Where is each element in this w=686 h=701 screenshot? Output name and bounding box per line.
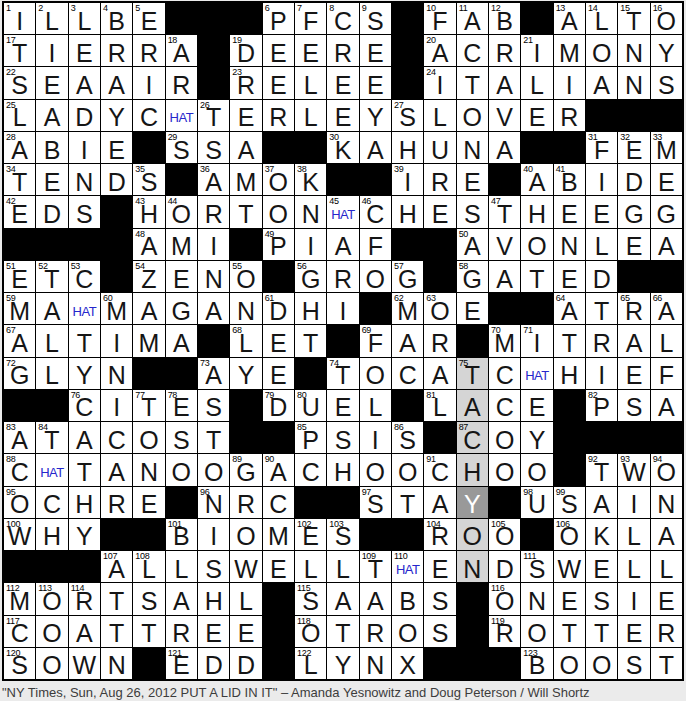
grid-cell-r15c10[interactable]: C xyxy=(295,454,326,485)
grid-cell-r2c17[interactable]: 21I xyxy=(521,35,552,66)
grid-cell-r10c6[interactable]: G xyxy=(166,293,197,324)
grid-cell-r6c13[interactable]: 39I xyxy=(392,164,423,195)
grid-cell-r16c12[interactable]: 97S xyxy=(360,487,391,518)
grid-cell-r16c9[interactable]: C xyxy=(263,487,294,518)
grid-cell-r5c21[interactable]: 33M xyxy=(651,132,682,163)
grid-cell-r11c2[interactable]: L xyxy=(36,325,67,356)
grid-cell-r18c19[interactable]: E xyxy=(586,551,617,582)
grid-cell-r9c16[interactable]: A xyxy=(489,261,520,292)
grid-cell-r14c6[interactable]: S xyxy=(166,422,197,453)
grid-cell-r19c12[interactable]: A xyxy=(360,583,391,614)
grid-cell-r2c4[interactable]: R xyxy=(101,35,132,66)
grid-cell-r12c8[interactable]: Y xyxy=(230,358,261,389)
grid-cell-r18c5[interactable]: 108L xyxy=(133,551,164,582)
grid-cell-r3c4[interactable]: A xyxy=(101,67,132,98)
grid-cell-r1c11[interactable]: 8C xyxy=(327,3,358,34)
grid-cell-r20c21[interactable]: R xyxy=(651,616,682,647)
grid-cell-r21c8[interactable]: D xyxy=(230,648,261,679)
grid-cell-r11c18[interactable]: T xyxy=(554,325,585,356)
grid-cell-r2c16[interactable]: R xyxy=(489,35,520,66)
grid-cell-r17c16[interactable]: 105O xyxy=(489,519,520,550)
grid-cell-r13c16[interactable]: C xyxy=(489,390,520,421)
grid-cell-r13c21[interactable]: A xyxy=(651,390,682,421)
grid-cell-r15c2[interactable]: HAT xyxy=(36,454,67,485)
grid-cell-r16c3[interactable]: H xyxy=(69,487,100,518)
grid-cell-r14c4[interactable]: C xyxy=(101,422,132,453)
grid-cell-r13c10[interactable]: 80U xyxy=(295,390,326,421)
grid-cell-r5c11[interactable]: 30K xyxy=(327,132,358,163)
grid-cell-r4c11[interactable]: E xyxy=(327,100,358,131)
grid-cell-r7c3[interactable]: S xyxy=(69,196,100,227)
grid-cell-r14c3[interactable]: A xyxy=(69,422,100,453)
grid-cell-r10c13[interactable]: 62M xyxy=(392,293,423,324)
grid-cell-r8c15[interactable]: 50A xyxy=(457,229,488,260)
grid-cell-r18c7[interactable]: S xyxy=(198,551,229,582)
grid-cell-r18c12[interactable]: 109T xyxy=(360,551,391,582)
grid-cell-r19c19[interactable]: S xyxy=(586,583,617,614)
grid-cell-r19c13[interactable]: B xyxy=(392,583,423,614)
grid-cell-r12c11[interactable]: 74T xyxy=(327,358,358,389)
grid-cell-r16c1[interactable]: 95O xyxy=(4,487,35,518)
grid-cell-r11c20[interactable]: A xyxy=(618,325,649,356)
grid-cell-r7c14[interactable]: E xyxy=(424,196,455,227)
grid-cell-r3c1[interactable]: 22S xyxy=(4,67,35,98)
grid-cell-r15c1[interactable]: 88C xyxy=(4,454,35,485)
grid-cell-r6c20[interactable]: D xyxy=(618,164,649,195)
grid-cell-r6c2[interactable]: E xyxy=(36,164,67,195)
grid-cell-r21c11[interactable]: Y xyxy=(327,648,358,679)
grid-cell-r13c5[interactable]: 77T xyxy=(133,390,164,421)
grid-cell-r13c17[interactable]: E xyxy=(521,390,552,421)
grid-cell-r17c14[interactable]: 104R xyxy=(424,519,455,550)
grid-cell-r14c10[interactable]: 85P xyxy=(295,422,326,453)
grid-cell-r19c17[interactable]: N xyxy=(521,583,552,614)
grid-cell-r8c12[interactable]: F xyxy=(360,229,391,260)
grid-cell-r18c15[interactable]: N xyxy=(457,551,488,582)
grid-cell-r11c8[interactable]: 68L xyxy=(230,325,261,356)
grid-cell-r20c3[interactable]: A xyxy=(69,616,100,647)
grid-cell-r2c18[interactable]: M xyxy=(554,35,585,66)
grid-cell-r21c10[interactable]: 122L xyxy=(295,648,326,679)
grid-cell-r7c21[interactable]: G xyxy=(651,196,682,227)
grid-cell-r1c10[interactable]: 7F xyxy=(295,3,326,34)
grid-cell-r16c15[interactable]: Y xyxy=(457,487,488,518)
grid-cell-r10c14[interactable]: 63O xyxy=(424,293,455,324)
grid-cell-r19c16[interactable]: 116O xyxy=(489,583,520,614)
grid-cell-r2c10[interactable]: E xyxy=(295,35,326,66)
grid-cell-r15c14[interactable]: 91C xyxy=(424,454,455,485)
grid-cell-r20c14[interactable]: S xyxy=(424,616,455,647)
grid-cell-r8c19[interactable]: L xyxy=(586,229,617,260)
grid-cell-r2c11[interactable]: R xyxy=(327,35,358,66)
grid-cell-r4c18[interactable]: R xyxy=(554,100,585,131)
grid-cell-r4c8[interactable]: E xyxy=(230,100,261,131)
grid-cell-r13c12[interactable]: L xyxy=(360,390,391,421)
grid-cell-r7c10[interactable]: N xyxy=(295,196,326,227)
grid-cell-r3c16[interactable]: A xyxy=(489,67,520,98)
grid-cell-r3c15[interactable]: T xyxy=(457,67,488,98)
grid-cell-r3c12[interactable]: E xyxy=(360,67,391,98)
grid-cell-r4c3[interactable]: D xyxy=(69,100,100,131)
grid-cell-r8c11[interactable]: A xyxy=(327,229,358,260)
grid-cell-r8c10[interactable]: I xyxy=(295,229,326,260)
grid-cell-r20c16[interactable]: 119R xyxy=(489,616,520,647)
grid-cell-r1c9[interactable]: 6P xyxy=(263,3,294,34)
grid-cell-r11c6[interactable]: A xyxy=(166,325,197,356)
grid-cell-r16c13[interactable]: T xyxy=(392,487,423,518)
grid-cell-r21c1[interactable]: 120S xyxy=(4,648,35,679)
grid-cell-r19c6[interactable]: A xyxy=(166,583,197,614)
grid-cell-r7c13[interactable]: H xyxy=(392,196,423,227)
grid-cell-r17c21[interactable]: A xyxy=(651,519,682,550)
grid-cell-r9c8[interactable]: 55O xyxy=(230,261,261,292)
grid-cell-r9c18[interactable]: E xyxy=(554,261,585,292)
grid-cell-r3c21[interactable]: S xyxy=(651,67,682,98)
grid-cell-r3c8[interactable]: 23R xyxy=(230,67,261,98)
grid-cell-r14c13[interactable]: 86S xyxy=(392,422,423,453)
grid-cell-r14c7[interactable]: T xyxy=(198,422,229,453)
grid-cell-r19c5[interactable]: S xyxy=(133,583,164,614)
grid-cell-r4c9[interactable]: R xyxy=(263,100,294,131)
grid-cell-r15c12[interactable]: O xyxy=(360,454,391,485)
grid-cell-r6c14[interactable]: R xyxy=(424,164,455,195)
grid-cell-r2c12[interactable]: E xyxy=(360,35,391,66)
grid-cell-r17c19[interactable]: K xyxy=(586,519,617,550)
grid-cell-r7c20[interactable]: G xyxy=(618,196,649,227)
grid-cell-r16c21[interactable]: N xyxy=(651,487,682,518)
grid-cell-r3c19[interactable]: A xyxy=(586,67,617,98)
grid-cell-r11c12[interactable]: 69F xyxy=(360,325,391,356)
grid-cell-r17c1[interactable]: 100W xyxy=(4,519,35,550)
grid-cell-r10c8[interactable]: N xyxy=(230,293,261,324)
grid-cell-r8c21[interactable]: A xyxy=(651,229,682,260)
grid-cell-r8c7[interactable]: I xyxy=(198,229,229,260)
grid-cell-r5c16[interactable]: A xyxy=(489,132,520,163)
grid-cell-r9c3[interactable]: 53C xyxy=(69,261,100,292)
grid-cell-r19c7[interactable]: H xyxy=(198,583,229,614)
grid-cell-r21c20[interactable]: S xyxy=(618,648,649,679)
grid-cell-r9c15[interactable]: 58G xyxy=(457,261,488,292)
grid-cell-r8c6[interactable]: M xyxy=(166,229,197,260)
grid-cell-r9c5[interactable]: 54Z xyxy=(133,261,164,292)
grid-cell-r21c19[interactable]: O xyxy=(586,648,617,679)
grid-cell-r5c12[interactable]: A xyxy=(360,132,391,163)
grid-cell-r7c16[interactable]: 47T xyxy=(489,196,520,227)
grid-cell-r6c4[interactable]: D xyxy=(101,164,132,195)
grid-cell-r5c3[interactable]: I xyxy=(69,132,100,163)
grid-cell-r17c10[interactable]: 102E xyxy=(295,519,326,550)
grid-cell-r1c12[interactable]: 9S xyxy=(360,3,391,34)
grid-cell-r11c19[interactable]: R xyxy=(586,325,617,356)
grid-cell-r4c10[interactable]: L xyxy=(295,100,326,131)
grid-cell-r19c8[interactable]: L xyxy=(230,583,261,614)
grid-cell-r18c16[interactable]: D xyxy=(489,551,520,582)
grid-cell-r10c10[interactable]: H xyxy=(295,293,326,324)
grid-cell-r21c13[interactable]: X xyxy=(392,648,423,679)
grid-cell-r17c7[interactable]: I xyxy=(198,519,229,550)
grid-cell-r4c5[interactable]: C xyxy=(133,100,164,131)
grid-cell-r11c4[interactable]: I xyxy=(101,325,132,356)
grid-cell-r13c15[interactable]: A xyxy=(457,390,488,421)
grid-cell-r12c2[interactable]: L xyxy=(36,358,67,389)
grid-cell-r13c3[interactable]: 76C xyxy=(69,390,100,421)
grid-cell-r17c15[interactable]: O xyxy=(457,519,488,550)
grid-cell-r6c1[interactable]: 34T xyxy=(4,164,35,195)
grid-cell-r12c14[interactable]: A xyxy=(424,358,455,389)
grid-cell-r18c8[interactable]: W xyxy=(230,551,261,582)
grid-cell-r4c2[interactable]: A xyxy=(36,100,67,131)
grid-cell-r3c5[interactable]: I xyxy=(133,67,164,98)
grid-cell-r6c17[interactable]: 40A xyxy=(521,164,552,195)
grid-cell-r6c3[interactable]: N xyxy=(69,164,100,195)
grid-cell-r5c6[interactable]: 29S xyxy=(166,132,197,163)
grid-cell-r18c18[interactable]: W xyxy=(554,551,585,582)
grid-cell-r19c10[interactable]: 115S xyxy=(295,583,326,614)
grid-cell-r4c13[interactable]: 27S xyxy=(392,100,423,131)
grid-cell-r4c7[interactable]: 26T xyxy=(198,100,229,131)
grid-cell-r12c12[interactable]: O xyxy=(360,358,391,389)
grid-cell-r14c12[interactable]: I xyxy=(360,422,391,453)
grid-cell-r3c11[interactable]: E xyxy=(327,67,358,98)
grid-cell-r6c19[interactable]: I xyxy=(586,164,617,195)
grid-cell-r10c21[interactable]: 66A xyxy=(651,293,682,324)
grid-cell-r7c12[interactable]: 46C xyxy=(360,196,391,227)
grid-cell-r20c6[interactable]: R xyxy=(166,616,197,647)
grid-cell-r15c9[interactable]: 90A xyxy=(263,454,294,485)
grid-cell-r20c7[interactable]: E xyxy=(198,616,229,647)
grid-cell-r18c10[interactable]: L xyxy=(295,551,326,582)
grid-cell-r13c20[interactable]: S xyxy=(618,390,649,421)
grid-cell-r21c4[interactable]: N xyxy=(101,648,132,679)
grid-cell-r20c20[interactable]: E xyxy=(618,616,649,647)
grid-cell-r20c19[interactable]: T xyxy=(586,616,617,647)
grid-cell-r15c5[interactable]: N xyxy=(133,454,164,485)
grid-cell-r7c7[interactable]: R xyxy=(198,196,229,227)
grid-cell-r6c10[interactable]: 38K xyxy=(295,164,326,195)
grid-cell-r20c13[interactable]: O xyxy=(392,616,423,647)
grid-cell-r7c5[interactable]: 43H xyxy=(133,196,164,227)
grid-cell-r16c20[interactable]: I xyxy=(618,487,649,518)
grid-cell-r20c2[interactable]: O xyxy=(36,616,67,647)
grid-cell-r2c3[interactable]: E xyxy=(69,35,100,66)
grid-cell-r16c5[interactable]: E xyxy=(133,487,164,518)
grid-cell-r12c9[interactable]: E xyxy=(263,358,294,389)
grid-cell-r1c1[interactable]: 1I xyxy=(4,3,35,34)
grid-cell-r5c8[interactable]: A xyxy=(230,132,261,163)
grid-cell-r13c7[interactable]: S xyxy=(198,390,229,421)
grid-cell-r19c11[interactable]: A xyxy=(327,583,358,614)
grid-cell-r8c20[interactable]: E xyxy=(618,229,649,260)
grid-cell-r15c8[interactable]: 89G xyxy=(230,454,261,485)
grid-cell-r13c9[interactable]: 79D xyxy=(263,390,294,421)
grid-cell-r6c9[interactable]: 37O xyxy=(263,164,294,195)
grid-cell-r21c6[interactable]: 121E xyxy=(166,648,197,679)
grid-cell-r6c21[interactable]: E xyxy=(651,164,682,195)
grid-cell-r9c2[interactable]: 52T xyxy=(36,261,67,292)
grid-cell-r19c18[interactable]: E xyxy=(554,583,585,614)
grid-cell-r4c6[interactable]: HAT xyxy=(166,100,197,131)
grid-cell-r1c18[interactable]: 13A xyxy=(554,3,585,34)
grid-cell-r15c20[interactable]: 93W xyxy=(618,454,649,485)
grid-cell-r10c20[interactable]: 65R xyxy=(618,293,649,324)
grid-cell-r5c13[interactable]: H xyxy=(392,132,423,163)
grid-cell-r10c4[interactable]: 60M xyxy=(101,293,132,324)
grid-cell-r20c17[interactable]: O xyxy=(521,616,552,647)
grid-cell-r8c18[interactable]: N xyxy=(554,229,585,260)
grid-cell-r16c19[interactable]: A xyxy=(586,487,617,518)
grid-cell-r11c16[interactable]: 70M xyxy=(489,325,520,356)
grid-cell-r21c12[interactable]: N xyxy=(360,648,391,679)
grid-cell-r18c4[interactable]: 107A xyxy=(101,551,132,582)
grid-cell-r17c20[interactable]: L xyxy=(618,519,649,550)
grid-cell-r10c5[interactable]: A xyxy=(133,293,164,324)
grid-cell-r17c6[interactable]: 101B xyxy=(166,519,197,550)
grid-cell-r9c1[interactable]: 51E xyxy=(4,261,35,292)
grid-cell-r19c1[interactable]: 112M xyxy=(4,583,35,614)
grid-cell-r12c20[interactable]: E xyxy=(618,358,649,389)
grid-cell-r3c10[interactable]: L xyxy=(295,67,326,98)
grid-cell-r15c13[interactable]: O xyxy=(392,454,423,485)
grid-cell-r19c4[interactable]: T xyxy=(101,583,132,614)
grid-cell-r2c5[interactable]: R xyxy=(133,35,164,66)
grid-cell-r16c4[interactable]: R xyxy=(101,487,132,518)
grid-cell-r12c18[interactable]: H xyxy=(554,358,585,389)
grid-cell-r6c18[interactable]: 41B xyxy=(554,164,585,195)
grid-cell-r18c11[interactable]: L xyxy=(327,551,358,582)
grid-cell-r14c1[interactable]: 83A xyxy=(4,422,35,453)
grid-cell-r9c10[interactable]: 56G xyxy=(295,261,326,292)
grid-cell-r9c7[interactable]: N xyxy=(198,261,229,292)
grid-cell-r12c15[interactable]: 75T xyxy=(457,358,488,389)
grid-cell-r8c5[interactable]: 48A xyxy=(133,229,164,260)
grid-cell-r18c17[interactable]: 111S xyxy=(521,551,552,582)
grid-cell-r2c6[interactable]: 18A xyxy=(166,35,197,66)
grid-cell-r7c11[interactable]: 45HAT xyxy=(327,196,358,227)
grid-cell-r15c3[interactable]: T xyxy=(69,454,100,485)
grid-cell-r5c4[interactable]: E xyxy=(101,132,132,163)
grid-cell-r11c3[interactable]: T xyxy=(69,325,100,356)
grid-cell-r4c4[interactable]: Y xyxy=(101,100,132,131)
grid-cell-r1c3[interactable]: 3L xyxy=(69,3,100,34)
grid-cell-r6c8[interactable]: M xyxy=(230,164,261,195)
grid-cell-r9c19[interactable]: D xyxy=(586,261,617,292)
grid-cell-r15c16[interactable]: O xyxy=(489,454,520,485)
grid-cell-r7c1[interactable]: 42E xyxy=(4,196,35,227)
grid-cell-r19c3[interactable]: 114R xyxy=(69,583,100,614)
grid-cell-r21c3[interactable]: W xyxy=(69,648,100,679)
grid-cell-r18c9[interactable]: E xyxy=(263,551,294,582)
grid-cell-r19c20[interactable]: I xyxy=(618,583,649,614)
grid-cell-r18c13[interactable]: 110HAT xyxy=(392,551,423,582)
grid-cell-r7c15[interactable]: S xyxy=(457,196,488,227)
grid-cell-r11c5[interactable]: M xyxy=(133,325,164,356)
grid-cell-r17c11[interactable]: 103S xyxy=(327,519,358,550)
grid-cell-r17c2[interactable]: H xyxy=(36,519,67,550)
grid-cell-r11c9[interactable]: E xyxy=(263,325,294,356)
grid-cell-r8c16[interactable]: V xyxy=(489,229,520,260)
grid-cell-r2c9[interactable]: E xyxy=(263,35,294,66)
grid-cell-r13c14[interactable]: 81L xyxy=(424,390,455,421)
grid-cell-r18c6[interactable]: L xyxy=(166,551,197,582)
grid-cell-r12c17[interactable]: HAT xyxy=(521,358,552,389)
grid-cell-r20c8[interactable]: E xyxy=(230,616,261,647)
grid-cell-r9c17[interactable]: T xyxy=(521,261,552,292)
grid-cell-r16c14[interactable]: A xyxy=(424,487,455,518)
grid-cell-r5c7[interactable]: S xyxy=(198,132,229,163)
grid-cell-r7c2[interactable]: D xyxy=(36,196,67,227)
grid-cell-r12c13[interactable]: C xyxy=(392,358,423,389)
grid-cell-r4c1[interactable]: 25L xyxy=(4,100,35,131)
grid-cell-r2c8[interactable]: 19D xyxy=(230,35,261,66)
grid-cell-r3c17[interactable]: L xyxy=(521,67,552,98)
grid-cell-r17c18[interactable]: 106O xyxy=(554,519,585,550)
grid-cell-r4c12[interactable]: Y xyxy=(360,100,391,131)
grid-cell-r4c16[interactable]: V xyxy=(489,100,520,131)
grid-cell-r7c17[interactable]: H xyxy=(521,196,552,227)
grid-cell-r7c8[interactable]: T xyxy=(230,196,261,227)
grid-cell-r3c6[interactable]: R xyxy=(166,67,197,98)
grid-cell-r17c3[interactable]: Y xyxy=(69,519,100,550)
grid-cell-r1c21[interactable]: 16O xyxy=(651,3,682,34)
grid-cell-r1c15[interactable]: 11A xyxy=(457,3,488,34)
grid-cell-r1c20[interactable]: 15T xyxy=(618,3,649,34)
grid-cell-r14c16[interactable]: O xyxy=(489,422,520,453)
grid-cell-r5c2[interactable]: B xyxy=(36,132,67,163)
grid-cell-r16c7[interactable]: 96N xyxy=(198,487,229,518)
grid-cell-r7c6[interactable]: 44O xyxy=(166,196,197,227)
grid-cell-r10c2[interactable]: A xyxy=(36,293,67,324)
grid-cell-r16c18[interactable]: 99S xyxy=(554,487,585,518)
grid-cell-r2c15[interactable]: C xyxy=(457,35,488,66)
grid-cell-r10c15[interactable]: E xyxy=(457,293,488,324)
grid-cell-r9c12[interactable]: O xyxy=(360,261,391,292)
grid-cell-r2c21[interactable]: Y xyxy=(651,35,682,66)
grid-cell-r9c6[interactable]: E xyxy=(166,261,197,292)
grid-cell-r6c15[interactable]: E xyxy=(457,164,488,195)
grid-cell-r7c9[interactable]: O xyxy=(263,196,294,227)
grid-cell-r19c2[interactable]: 113O xyxy=(36,583,67,614)
grid-cell-r2c20[interactable]: N xyxy=(618,35,649,66)
grid-cell-r21c18[interactable]: O xyxy=(554,648,585,679)
grid-cell-r2c19[interactable]: O xyxy=(586,35,617,66)
grid-cell-r15c11[interactable]: H xyxy=(327,454,358,485)
grid-cell-r14c5[interactable]: O xyxy=(133,422,164,453)
grid-cell-r12c1[interactable]: 72G xyxy=(4,358,35,389)
grid-cell-r14c2[interactable]: 84T xyxy=(36,422,67,453)
grid-cell-r20c4[interactable]: T xyxy=(101,616,132,647)
grid-cell-r5c14[interactable]: U xyxy=(424,132,455,163)
grid-cell-r12c7[interactable]: 73A xyxy=(198,358,229,389)
grid-cell-r6c5[interactable]: 35S xyxy=(133,164,164,195)
grid-cell-r1c5[interactable]: 5E xyxy=(133,3,164,34)
grid-cell-r3c3[interactable]: A xyxy=(69,67,100,98)
grid-cell-r12c16[interactable]: C xyxy=(489,358,520,389)
grid-cell-r11c13[interactable]: A xyxy=(392,325,423,356)
grid-cell-r4c15[interactable]: O xyxy=(457,100,488,131)
grid-cell-r7c19[interactable]: E xyxy=(586,196,617,227)
grid-cell-r3c2[interactable]: E xyxy=(36,67,67,98)
grid-cell-r11c1[interactable]: 67A xyxy=(4,325,35,356)
grid-cell-r17c8[interactable]: O xyxy=(230,519,261,550)
grid-cell-r20c12[interactable]: R xyxy=(360,616,391,647)
grid-cell-r18c14[interactable]: E xyxy=(424,551,455,582)
grid-cell-r8c9[interactable]: 49P xyxy=(263,229,294,260)
grid-cell-r15c6[interactable]: O xyxy=(166,454,197,485)
grid-cell-r3c20[interactable]: N xyxy=(618,67,649,98)
grid-cell-r5c15[interactable]: N xyxy=(457,132,488,163)
grid-cell-r10c11[interactable]: I xyxy=(327,293,358,324)
grid-cell-r12c3[interactable]: Y xyxy=(69,358,100,389)
